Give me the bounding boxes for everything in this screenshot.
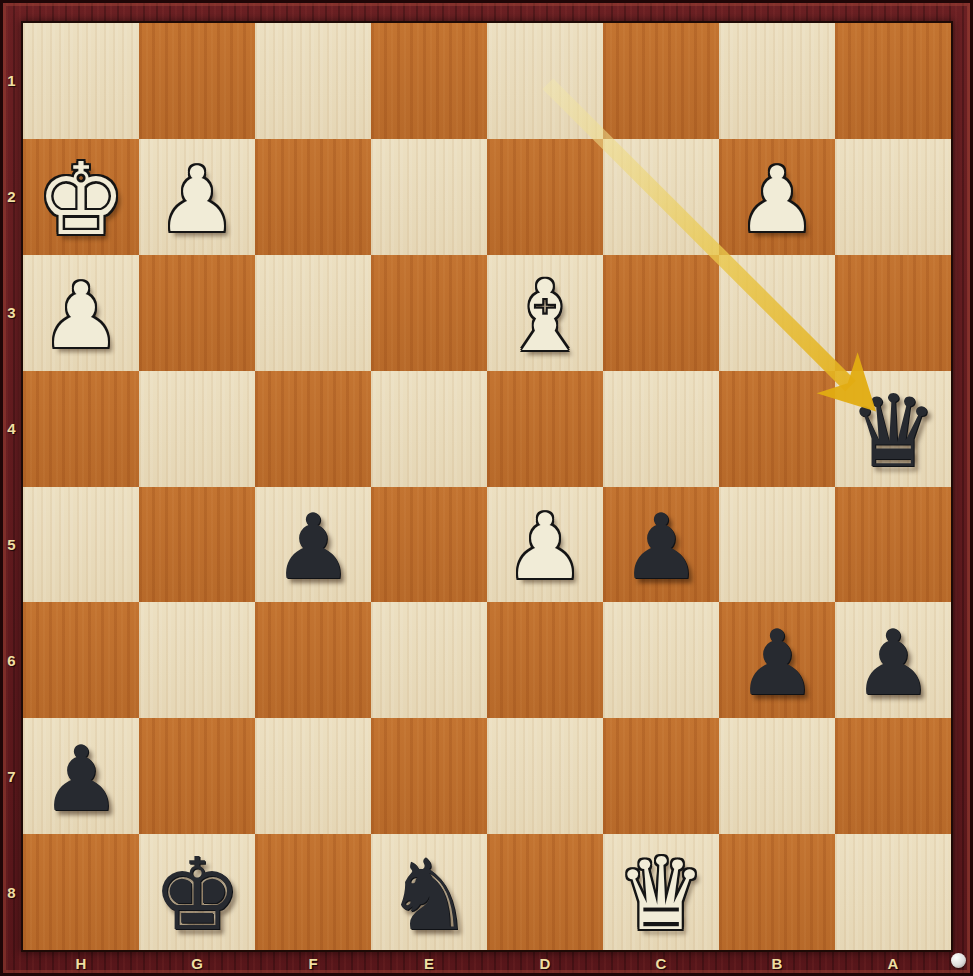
rank-label-3: 3 [0,255,23,371]
square-e7[interactable] [371,718,487,834]
square-e8[interactable]: ♞ [371,834,487,950]
square-a6[interactable]: ♟ [835,602,951,718]
square-e3[interactable] [371,255,487,371]
rank-label-7: 7 [0,718,23,834]
square-d6[interactable] [487,602,603,718]
square-f3[interactable] [255,255,371,371]
square-d1[interactable] [487,23,603,139]
square-a3[interactable] [835,255,951,371]
square-g3[interactable] [139,255,255,371]
square-e2[interactable] [371,139,487,255]
piece-black-pawn-b6[interactable]: ♟ [737,618,818,708]
square-c8[interactable]: ♛ [603,834,719,950]
square-a4[interactable]: ♛ [835,371,951,487]
file-label-c: C [603,950,719,976]
square-e6[interactable] [371,602,487,718]
square-a2[interactable] [835,139,951,255]
square-a1[interactable] [835,23,951,139]
square-h6[interactable] [23,602,139,718]
square-h4[interactable] [23,371,139,487]
square-f5[interactable]: ♟ [255,487,371,603]
piece-black-pawn-a6[interactable]: ♟ [853,618,934,708]
square-b2[interactable]: ♟ [719,139,835,255]
square-f1[interactable] [255,23,371,139]
square-f4[interactable] [255,371,371,487]
square-f7[interactable] [255,718,371,834]
square-b5[interactable] [719,487,835,603]
file-label-h: H [23,950,139,976]
square-e1[interactable] [371,23,487,139]
square-g5[interactable] [139,487,255,603]
piece-white-queen-c8[interactable]: ♛ [616,845,706,945]
piece-black-pawn-f5[interactable]: ♟ [273,502,354,592]
rank-label-6: 6 [0,602,23,718]
square-c5[interactable]: ♟ [603,487,719,603]
chess-board-window: ♚♟♟♟♝♛♟♟♟♟♟♟♚♞♛ 12345678HGFEDCBA [0,0,973,976]
piece-white-bishop-d3[interactable]: ♝ [501,267,589,365]
square-h5[interactable] [23,487,139,603]
square-d4[interactable] [487,371,603,487]
square-f6[interactable] [255,602,371,718]
square-h8[interactable] [23,834,139,950]
square-d2[interactable] [487,139,603,255]
square-g7[interactable] [139,718,255,834]
square-h1[interactable] [23,23,139,139]
piece-white-pawn-h3[interactable]: ♟ [41,271,122,361]
chess-board[interactable]: ♚♟♟♟♝♛♟♟♟♟♟♟♚♞♛ [23,23,951,950]
square-g8[interactable]: ♚ [139,834,255,950]
piece-black-pawn-c5[interactable]: ♟ [621,502,702,592]
square-b4[interactable] [719,371,835,487]
file-label-e: E [371,950,487,976]
square-b8[interactable] [719,834,835,950]
rank-label-4: 4 [0,371,23,487]
square-h3[interactable]: ♟ [23,255,139,371]
square-f8[interactable] [255,834,371,950]
square-e5[interactable] [371,487,487,603]
square-g4[interactable] [139,371,255,487]
square-c2[interactable] [603,139,719,255]
square-c1[interactable] [603,23,719,139]
piece-white-pawn-d5[interactable]: ♟ [505,502,586,592]
square-g1[interactable] [139,23,255,139]
white-to-move-indicator [951,953,966,968]
square-a7[interactable] [835,718,951,834]
file-label-d: D [487,950,603,976]
file-label-g: G [139,950,255,976]
square-g6[interactable] [139,602,255,718]
rank-label-5: 5 [0,487,23,603]
square-f2[interactable] [255,139,371,255]
square-b3[interactable] [719,255,835,371]
piece-black-knight-e8[interactable]: ♞ [385,846,473,944]
file-label-f: F [255,950,371,976]
square-e4[interactable] [371,371,487,487]
file-label-b: B [719,950,835,976]
square-d8[interactable] [487,834,603,950]
file-label-a: A [835,950,951,976]
square-a8[interactable] [835,834,951,950]
square-b1[interactable] [719,23,835,139]
piece-black-king-g8[interactable]: ♚ [152,845,242,945]
piece-black-pawn-h7[interactable]: ♟ [41,734,122,824]
square-c6[interactable] [603,602,719,718]
rank-label-8: 8 [0,834,23,950]
square-d3[interactable]: ♝ [487,255,603,371]
square-h2[interactable]: ♚ [23,139,139,255]
square-h7[interactable]: ♟ [23,718,139,834]
square-a5[interactable] [835,487,951,603]
rank-label-1: 1 [0,23,23,139]
square-d5[interactable]: ♟ [487,487,603,603]
square-c3[interactable] [603,255,719,371]
square-b7[interactable] [719,718,835,834]
piece-white-pawn-g2[interactable]: ♟ [157,155,238,245]
square-c7[interactable] [603,718,719,834]
square-c4[interactable] [603,371,719,487]
square-b6[interactable]: ♟ [719,602,835,718]
rank-label-2: 2 [0,139,23,255]
piece-white-king-h2[interactable]: ♚ [36,150,126,250]
square-g2[interactable]: ♟ [139,139,255,255]
square-d7[interactable] [487,718,603,834]
piece-white-pawn-b2[interactable]: ♟ [737,155,818,245]
piece-black-queen-a4[interactable]: ♛ [848,382,938,482]
